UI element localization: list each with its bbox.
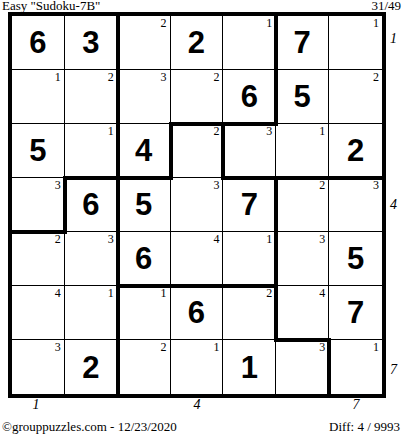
region-border-segment: [169, 284, 226, 288]
col-label-1: 1: [33, 397, 40, 413]
cell-r6c1: 4: [12, 286, 65, 340]
cell-r3c4: 2: [171, 124, 224, 178]
cell-r5c1: 2: [12, 232, 65, 286]
region-border-segment: [116, 284, 173, 288]
corner-mark: 3: [213, 178, 219, 193]
region-border-segment: [221, 284, 278, 288]
sudoku-board: 6322171123265251423123653723236413541162…: [8, 12, 386, 398]
corner-mark: 4: [213, 232, 219, 247]
cell-r6c2: 1: [65, 286, 118, 340]
region-border-segment: [63, 176, 67, 234]
cell-r2c1: 1: [12, 70, 65, 124]
corner-mark: 2: [55, 232, 61, 247]
cell-r6c7: 7: [329, 286, 382, 340]
corner-mark: 2: [161, 340, 167, 355]
given-digit: 2: [347, 135, 364, 166]
corner-mark: 2: [373, 70, 379, 85]
row-label-4: 4: [390, 197, 397, 213]
corner-mark: 3: [319, 232, 325, 247]
corner-mark: 3: [55, 178, 61, 193]
corner-mark: 1: [213, 340, 219, 355]
given-digit: 7: [347, 297, 364, 328]
cell-r5c2: 3: [65, 232, 118, 286]
corner-mark: 4: [55, 286, 61, 301]
cell-r5c4: 4: [171, 232, 224, 286]
cell-r3c1: 5: [12, 124, 65, 178]
given-digit: 5: [347, 243, 364, 274]
region-border-segment: [169, 122, 226, 126]
region-border-segment: [274, 338, 331, 342]
region-border-segment: [274, 284, 278, 342]
cell-r2c6: 5: [276, 70, 329, 124]
given-digit: 6: [82, 189, 99, 220]
corner-mark: 2: [213, 124, 219, 139]
region-border-segment: [274, 176, 278, 234]
cell-r1c1: 6: [12, 16, 65, 70]
given-digit: 5: [294, 81, 311, 112]
puzzle-page: Easy "Sudoku-7B" 31/49 63221711232652514…: [0, 0, 403, 437]
cell-r4c6: 2: [276, 178, 329, 232]
region-border-segment: [116, 176, 173, 180]
given-digit: 5: [135, 189, 152, 220]
region-border-segment: [169, 122, 173, 180]
corner-mark: 1: [108, 286, 114, 301]
given-digit: 6: [188, 297, 205, 328]
given-digit: 5: [29, 135, 46, 166]
corner-mark: 3: [373, 178, 379, 193]
cell-r2c3: 3: [118, 70, 171, 124]
region-border-segment: [116, 284, 120, 342]
cell-r7c5: 1: [223, 340, 276, 394]
given-digit: 7: [294, 27, 311, 58]
cell-r4c7: 3: [329, 178, 382, 232]
cell-r4c4: 3: [171, 178, 224, 232]
corner-mark: 1: [161, 286, 167, 301]
col-label-4: 4: [194, 397, 201, 413]
cell-r6c4: 6: [171, 286, 224, 340]
region-border-segment: [274, 14, 278, 72]
region-border-segment: [327, 176, 384, 180]
cell-r4c1: 3: [12, 178, 65, 232]
cell-r3c6: 1: [276, 124, 329, 178]
copyright-text: ©grouppuzzles.com - 12/23/2020: [2, 419, 177, 435]
cell-r1c2: 3: [65, 16, 118, 70]
row-label-7: 7: [390, 362, 397, 378]
given-digit: 6: [241, 81, 258, 112]
cell-r2c7: 2: [329, 70, 382, 124]
given-digit: 2: [82, 352, 99, 383]
given-digit: 3: [82, 27, 99, 58]
region-border-segment: [116, 338, 120, 396]
difficulty-text: Diff: 4 / 9993: [329, 419, 400, 435]
corner-mark: 4: [319, 286, 325, 301]
corner-mark: 3: [108, 232, 114, 247]
corner-mark: 2: [108, 70, 114, 85]
cell-r2c4: 2: [171, 70, 224, 124]
cell-r6c3: 1: [118, 286, 171, 340]
region-border-segment: [274, 68, 278, 126]
cell-r2c2: 2: [65, 70, 118, 124]
corner-mark: 1: [55, 70, 61, 85]
corner-mark: 2: [266, 286, 272, 301]
given-digit: 2: [188, 27, 205, 58]
region-border-segment: [221, 122, 278, 126]
cell-r7c1: 3: [12, 340, 65, 394]
given-digit: 6: [29, 27, 46, 58]
region-border-segment: [116, 176, 120, 234]
region-border-segment: [63, 176, 120, 180]
region-border-segment: [116, 122, 120, 180]
region-border-segment: [274, 230, 278, 288]
corner-mark: 3: [55, 340, 61, 355]
region-border-segment: [116, 68, 120, 126]
region-border-segment: [221, 176, 278, 180]
corner-mark: 1: [319, 124, 325, 139]
cell-r2c5: 6: [223, 70, 276, 124]
corner-mark: 1: [373, 16, 379, 31]
cell-r1c7: 1: [329, 16, 382, 70]
cell-r4c5: 7: [223, 178, 276, 232]
cell-r7c7: 1: [329, 340, 382, 394]
region-border-segment: [116, 14, 120, 72]
cell-r1c3: 2: [118, 16, 171, 70]
cell-r6c6: 4: [276, 286, 329, 340]
cell-r1c6: 7: [276, 16, 329, 70]
cell-r5c5: 1: [223, 232, 276, 286]
corner-mark: 2: [319, 178, 325, 193]
cell-r7c3: 2: [118, 340, 171, 394]
cell-r3c3: 4: [118, 124, 171, 178]
corner-mark: 1: [373, 340, 379, 355]
given-digit: 4: [135, 135, 152, 166]
region-border-segment: [10, 230, 67, 234]
cell-r3c2: 1: [65, 124, 118, 178]
corner-mark: 2: [213, 70, 219, 85]
corner-mark: 2: [161, 16, 167, 31]
region-border-segment: [327, 338, 331, 396]
cell-r7c4: 1: [171, 340, 224, 394]
col-label-7: 7: [353, 397, 360, 413]
cell-r6c5: 2: [223, 286, 276, 340]
region-border-segment: [221, 122, 225, 180]
given-digit: 7: [241, 189, 258, 220]
cell-r5c3: 6: [118, 232, 171, 286]
row-label-1: 1: [390, 31, 397, 47]
cell-r5c6: 3: [276, 232, 329, 286]
corner-mark: 1: [266, 232, 272, 247]
given-digit: 6: [135, 243, 152, 274]
cell-r7c2: 2: [65, 340, 118, 394]
cell-r5c7: 5: [329, 232, 382, 286]
cell-r1c5: 1: [223, 16, 276, 70]
cell-r4c2: 6: [65, 178, 118, 232]
cell-r7c6: 3: [276, 340, 329, 394]
corner-mark: 3: [319, 340, 325, 355]
cell-r1c4: 2: [171, 16, 224, 70]
given-digit: 1: [241, 352, 258, 383]
cell-r4c3: 5: [118, 178, 171, 232]
region-border-segment: [274, 176, 331, 180]
corner-mark: 3: [161, 70, 167, 85]
corner-mark: 1: [266, 16, 272, 31]
cell-r3c7: 2: [329, 124, 382, 178]
region-border-segment: [116, 230, 120, 288]
cell-r3c5: 3: [223, 124, 276, 178]
corner-mark: 1: [108, 124, 114, 139]
corner-mark: 3: [266, 124, 272, 139]
